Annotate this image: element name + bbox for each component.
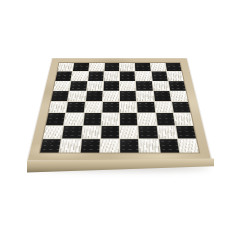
square-h8	[165, 63, 181, 71]
square-d1	[100, 139, 119, 153]
square-a2	[43, 126, 63, 139]
square-d5	[103, 91, 119, 101]
square-a3	[46, 113, 65, 125]
square-e1	[120, 139, 139, 153]
square-c6	[87, 81, 103, 90]
square-a7	[56, 72, 73, 81]
square-h6	[168, 81, 185, 90]
square-e2	[120, 126, 138, 139]
square-b4	[66, 102, 84, 113]
square-c2	[82, 126, 101, 139]
square-g5	[153, 91, 170, 101]
square-g6	[152, 81, 169, 90]
square-e5	[120, 91, 136, 101]
square-h3	[174, 113, 193, 125]
square-g7	[151, 72, 167, 81]
square-g4	[155, 102, 173, 113]
square-h4	[172, 102, 191, 113]
square-b6	[70, 81, 87, 90]
square-a6	[53, 81, 70, 90]
square-b3	[64, 113, 83, 125]
square-e4	[120, 102, 137, 113]
chess-board-photo	[0, 0, 240, 240]
board-grid	[40, 63, 199, 153]
square-g3	[156, 113, 175, 125]
square-g8	[150, 63, 166, 71]
square-b1	[60, 139, 80, 153]
square-h2	[176, 126, 196, 139]
square-d4	[102, 102, 119, 113]
square-h1	[178, 139, 199, 153]
square-e6	[120, 81, 136, 90]
square-f8	[135, 63, 150, 71]
square-d3	[102, 113, 119, 125]
square-f7	[136, 72, 152, 81]
square-b8	[73, 63, 89, 71]
square-c4	[84, 102, 101, 113]
square-f3	[138, 113, 156, 125]
square-c3	[83, 113, 101, 125]
square-d2	[101, 126, 119, 139]
square-c8	[89, 63, 104, 71]
square-f1	[139, 139, 159, 153]
square-a1	[40, 139, 61, 153]
square-f6	[136, 81, 152, 90]
chess-board	[28, 58, 212, 160]
square-c7	[88, 72, 104, 81]
square-f2	[139, 126, 158, 139]
square-e7	[120, 72, 135, 81]
square-b5	[68, 91, 85, 101]
square-c5	[86, 91, 103, 101]
square-h5	[170, 91, 188, 101]
square-a5	[51, 91, 69, 101]
square-d8	[104, 63, 119, 71]
square-c1	[80, 139, 100, 153]
square-e3	[120, 113, 137, 125]
square-e8	[120, 63, 135, 71]
square-g2	[157, 126, 176, 139]
square-a4	[49, 102, 68, 113]
square-f5	[137, 91, 154, 101]
square-d7	[104, 72, 119, 81]
square-g1	[159, 139, 179, 153]
square-f4	[137, 102, 154, 113]
square-a8	[58, 63, 74, 71]
square-b2	[62, 126, 81, 139]
square-b7	[72, 72, 88, 81]
square-d6	[103, 81, 119, 90]
square-h7	[167, 72, 184, 81]
